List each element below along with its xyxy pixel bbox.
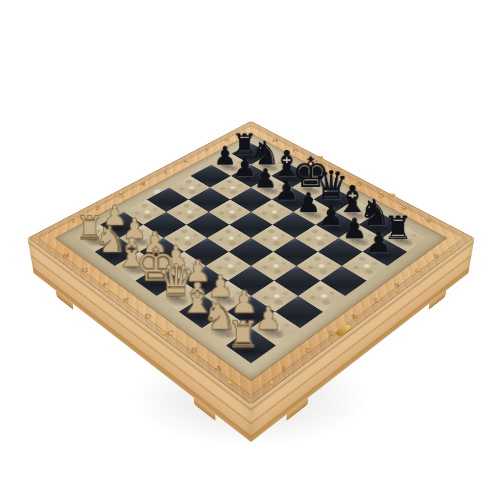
product-photo: HGFEDCBA HGFEDCBA 87654321 87654321 ♜♞♝♚… [0,0,500,500]
coordinate-label: A [200,363,237,373]
box-foot [428,290,446,311]
wooden-frame: HGFEDCBA HGFEDCBA 87654321 87654321 ♜♞♝♚… [28,121,475,405]
box-foot [56,290,74,311]
coordinate-label: 6 [389,274,405,295]
chess-box: HGFEDCBA HGFEDCBA 87654321 87654321 ♜♞♝♚… [28,121,475,405]
brass-screw-icon [227,381,234,386]
coordinate-label: 4 [346,305,362,328]
black-pawn: ♟ [363,230,395,257]
square-a1: ♜ [226,328,276,363]
brass-screw-icon [268,381,275,386]
coordinate-label: G [68,266,102,274]
coordinate-label: B [176,345,212,355]
square-d5 [251,225,295,252]
white-rook: ♜ [226,317,261,352]
stone-surface: ♜♞♝♚♛♝♞♜♟♟♟♟♟♟♟♟♟♟♟♟♟♟♟♟♜♞♝♚♛♝♞♜ [56,134,446,380]
coordinate-label: 8 [428,246,445,266]
brass-screw-icon [52,226,58,229]
brass-screw-icon [444,226,450,229]
coordinate-label: 5 [159,165,172,181]
coordinate-label: 6 [180,154,192,170]
coordinate-label: H [49,252,82,260]
coordinate-label: 4 [136,176,150,193]
coordinate-label: D [130,312,165,321]
coordinate-label: 2 [300,338,315,363]
coordinate-label: A [413,218,445,225]
coordinate-label: F [88,281,122,289]
